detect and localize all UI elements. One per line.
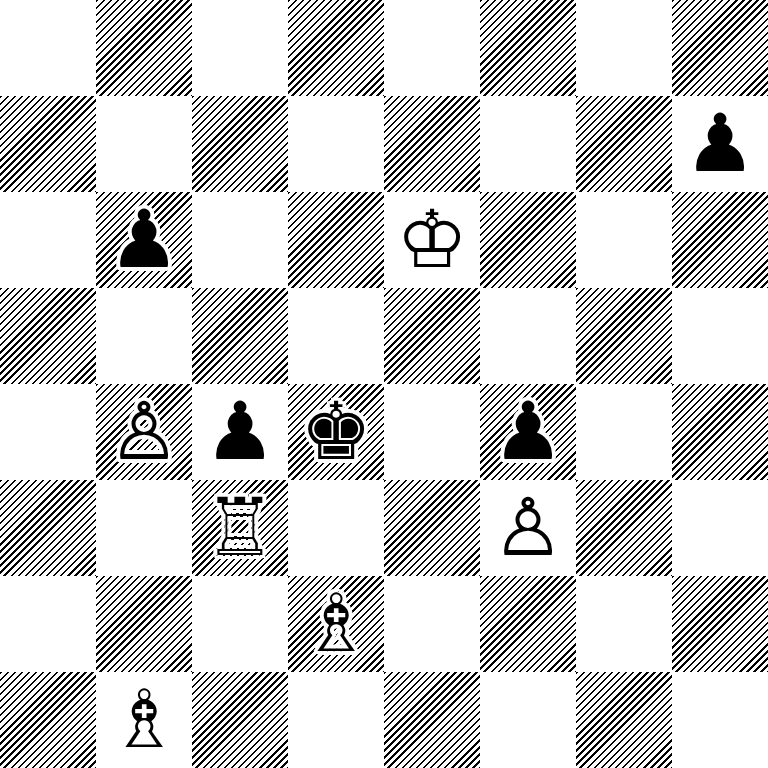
square-f5[interactable] [480, 288, 576, 384]
square-c5[interactable] [192, 288, 288, 384]
square-g8[interactable] [576, 0, 672, 96]
square-a1[interactable] [0, 672, 96, 768]
square-b8[interactable] [96, 0, 192, 96]
chess-board: ♟♟♔♙♟♚♟♖♙♗♗ [0, 0, 768, 768]
square-c6[interactable] [192, 192, 288, 288]
square-h3[interactable] [672, 480, 768, 576]
square-a5[interactable] [0, 288, 96, 384]
square-e3[interactable] [384, 480, 480, 576]
white-rook[interactable]: ♖ [204, 480, 276, 576]
square-c7[interactable] [192, 96, 288, 192]
white-pawn[interactable]: ♙ [108, 384, 180, 480]
square-f4[interactable]: ♟ [480, 384, 576, 480]
square-b1[interactable]: ♗ [96, 672, 192, 768]
square-g6[interactable] [576, 192, 672, 288]
square-a8[interactable] [0, 0, 96, 96]
black-pawn[interactable]: ♟ [108, 192, 180, 288]
square-g2[interactable] [576, 576, 672, 672]
square-a7[interactable] [0, 96, 96, 192]
square-h7[interactable]: ♟ [672, 96, 768, 192]
square-e7[interactable] [384, 96, 480, 192]
square-d8[interactable] [288, 0, 384, 96]
square-a2[interactable] [0, 576, 96, 672]
square-c2[interactable] [192, 576, 288, 672]
square-c4[interactable]: ♟ [192, 384, 288, 480]
square-b2[interactable] [96, 576, 192, 672]
black-king[interactable]: ♚ [300, 384, 372, 480]
square-a3[interactable] [0, 480, 96, 576]
square-c8[interactable] [192, 0, 288, 96]
square-h1[interactable] [672, 672, 768, 768]
square-b4[interactable]: ♙ [96, 384, 192, 480]
square-d1[interactable] [288, 672, 384, 768]
square-a6[interactable] [0, 192, 96, 288]
square-e2[interactable] [384, 576, 480, 672]
square-h6[interactable] [672, 192, 768, 288]
square-e4[interactable] [384, 384, 480, 480]
square-f2[interactable] [480, 576, 576, 672]
square-a4[interactable] [0, 384, 96, 480]
square-h2[interactable] [672, 576, 768, 672]
square-e8[interactable] [384, 0, 480, 96]
square-e1[interactable] [384, 672, 480, 768]
square-d7[interactable] [288, 96, 384, 192]
square-f8[interactable] [480, 0, 576, 96]
square-g7[interactable] [576, 96, 672, 192]
square-c1[interactable] [192, 672, 288, 768]
square-b5[interactable] [96, 288, 192, 384]
square-f6[interactable] [480, 192, 576, 288]
square-d5[interactable] [288, 288, 384, 384]
square-f3[interactable]: ♙ [480, 480, 576, 576]
square-f7[interactable] [480, 96, 576, 192]
square-e6[interactable]: ♔ [384, 192, 480, 288]
square-b3[interactable] [96, 480, 192, 576]
white-pawn[interactable]: ♙ [492, 480, 564, 576]
black-pawn[interactable]: ♟ [204, 384, 276, 480]
square-d2[interactable]: ♗ [288, 576, 384, 672]
square-c3[interactable]: ♖ [192, 480, 288, 576]
square-h5[interactable] [672, 288, 768, 384]
square-h8[interactable] [672, 0, 768, 96]
square-d3[interactable] [288, 480, 384, 576]
square-d6[interactable] [288, 192, 384, 288]
square-f1[interactable] [480, 672, 576, 768]
black-pawn[interactable]: ♟ [492, 384, 564, 480]
square-d4[interactable]: ♚ [288, 384, 384, 480]
square-g4[interactable] [576, 384, 672, 480]
square-g3[interactable] [576, 480, 672, 576]
square-b6[interactable]: ♟ [96, 192, 192, 288]
square-b7[interactable] [96, 96, 192, 192]
square-g1[interactable] [576, 672, 672, 768]
square-g5[interactable] [576, 288, 672, 384]
white-bishop[interactable]: ♗ [108, 672, 180, 768]
black-pawn[interactable]: ♟ [684, 96, 756, 192]
white-king[interactable]: ♔ [396, 192, 468, 288]
square-e5[interactable] [384, 288, 480, 384]
square-h4[interactable] [672, 384, 768, 480]
white-bishop[interactable]: ♗ [300, 576, 372, 672]
